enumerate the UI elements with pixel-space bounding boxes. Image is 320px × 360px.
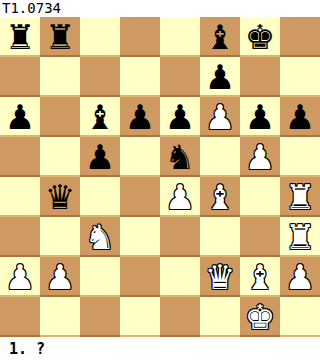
chess-board: ♜♜♝♚♟♟♝♟♟♟♟♟♟♞♟♛♟♝♜♞♜♟♟♛♝♟♚ (0, 17, 320, 337)
square-c1[interactable] (80, 297, 120, 337)
square-h2[interactable]: ♟ (280, 257, 320, 297)
white-knight-piece[interactable]: ♞ (85, 217, 115, 257)
square-d8[interactable] (120, 17, 160, 57)
white-king-piece[interactable]: ♚ (245, 297, 275, 337)
square-e5[interactable]: ♞ (160, 137, 200, 177)
square-g7[interactable] (240, 57, 280, 97)
square-c5[interactable]: ♟ (80, 137, 120, 177)
square-h6[interactable]: ♟ (280, 97, 320, 137)
white-pawn-piece[interactable]: ♟ (5, 257, 35, 297)
square-f3[interactable] (200, 217, 240, 257)
square-b7[interactable] (40, 57, 80, 97)
square-a5[interactable] (0, 137, 40, 177)
black-pawn-piece[interactable]: ♟ (165, 97, 195, 137)
square-b5[interactable] (40, 137, 80, 177)
square-f6[interactable]: ♟ (200, 97, 240, 137)
square-a2[interactable]: ♟ (0, 257, 40, 297)
square-e3[interactable] (160, 217, 200, 257)
square-b2[interactable]: ♟ (40, 257, 80, 297)
black-pawn-piece[interactable]: ♟ (125, 97, 155, 137)
square-d6[interactable]: ♟ (120, 97, 160, 137)
white-rook-piece[interactable]: ♜ (285, 217, 315, 257)
square-h4[interactable]: ♜ (280, 177, 320, 217)
square-c2[interactable] (80, 257, 120, 297)
square-h3[interactable]: ♜ (280, 217, 320, 257)
black-bishop-piece[interactable]: ♝ (85, 97, 115, 137)
black-pawn-piece[interactable]: ♟ (5, 97, 35, 137)
square-g5[interactable]: ♟ (240, 137, 280, 177)
square-h5[interactable] (280, 137, 320, 177)
square-f1[interactable] (200, 297, 240, 337)
black-rook-piece[interactable]: ♜ (45, 17, 75, 57)
square-d4[interactable] (120, 177, 160, 217)
square-b8[interactable]: ♜ (40, 17, 80, 57)
square-e4[interactable]: ♟ (160, 177, 200, 217)
square-h7[interactable] (280, 57, 320, 97)
white-pawn-piece[interactable]: ♟ (45, 257, 75, 297)
white-rook-piece[interactable]: ♜ (285, 177, 315, 217)
black-bishop-piece[interactable]: ♝ (205, 17, 235, 57)
square-g1[interactable]: ♚ (240, 297, 280, 337)
square-e1[interactable] (160, 297, 200, 337)
square-b4[interactable]: ♛ (40, 177, 80, 217)
square-e6[interactable]: ♟ (160, 97, 200, 137)
black-rook-piece[interactable]: ♜ (5, 17, 35, 57)
puzzle-title: T1.0734 (0, 0, 320, 17)
square-c4[interactable] (80, 177, 120, 217)
white-pawn-piece[interactable]: ♟ (245, 137, 275, 177)
white-queen-piece[interactable]: ♛ (205, 257, 235, 297)
white-pawn-piece[interactable]: ♟ (165, 177, 195, 217)
square-a8[interactable]: ♜ (0, 17, 40, 57)
square-f2[interactable]: ♛ (200, 257, 240, 297)
square-b6[interactable] (40, 97, 80, 137)
white-pawn-piece[interactable]: ♟ (285, 257, 315, 297)
square-a7[interactable] (0, 57, 40, 97)
square-e2[interactable] (160, 257, 200, 297)
square-f7[interactable]: ♟ (200, 57, 240, 97)
square-d7[interactable] (120, 57, 160, 97)
square-g6[interactable]: ♟ (240, 97, 280, 137)
square-g3[interactable] (240, 217, 280, 257)
square-g8[interactable]: ♚ (240, 17, 280, 57)
white-bishop-piece[interactable]: ♝ (245, 257, 275, 297)
square-b1[interactable] (40, 297, 80, 337)
black-pawn-piece[interactable]: ♟ (85, 137, 115, 177)
square-f4[interactable]: ♝ (200, 177, 240, 217)
square-a6[interactable]: ♟ (0, 97, 40, 137)
square-d3[interactable] (120, 217, 160, 257)
move-prompt: 1. ? (0, 337, 320, 360)
square-a3[interactable] (0, 217, 40, 257)
square-f8[interactable]: ♝ (200, 17, 240, 57)
square-e8[interactable] (160, 17, 200, 57)
square-c3[interactable]: ♞ (80, 217, 120, 257)
square-c6[interactable]: ♝ (80, 97, 120, 137)
square-d5[interactable] (120, 137, 160, 177)
white-bishop-piece[interactable]: ♝ (205, 177, 235, 217)
square-g4[interactable] (240, 177, 280, 217)
square-d2[interactable] (120, 257, 160, 297)
black-queen-piece[interactable]: ♛ (45, 177, 75, 217)
square-c7[interactable] (80, 57, 120, 97)
black-pawn-piece[interactable]: ♟ (205, 57, 235, 97)
square-h1[interactable] (280, 297, 320, 337)
square-g2[interactable]: ♝ (240, 257, 280, 297)
square-a1[interactable] (0, 297, 40, 337)
black-pawn-piece[interactable]: ♟ (285, 97, 315, 137)
square-h8[interactable] (280, 17, 320, 57)
square-f5[interactable] (200, 137, 240, 177)
black-knight-piece[interactable]: ♞ (165, 137, 195, 177)
square-e7[interactable] (160, 57, 200, 97)
black-king-piece[interactable]: ♚ (245, 17, 275, 57)
white-pawn-piece[interactable]: ♟ (205, 97, 235, 137)
square-a4[interactable] (0, 177, 40, 217)
black-pawn-piece[interactable]: ♟ (245, 97, 275, 137)
square-d1[interactable] (120, 297, 160, 337)
square-c8[interactable] (80, 17, 120, 57)
square-b3[interactable] (40, 217, 80, 257)
